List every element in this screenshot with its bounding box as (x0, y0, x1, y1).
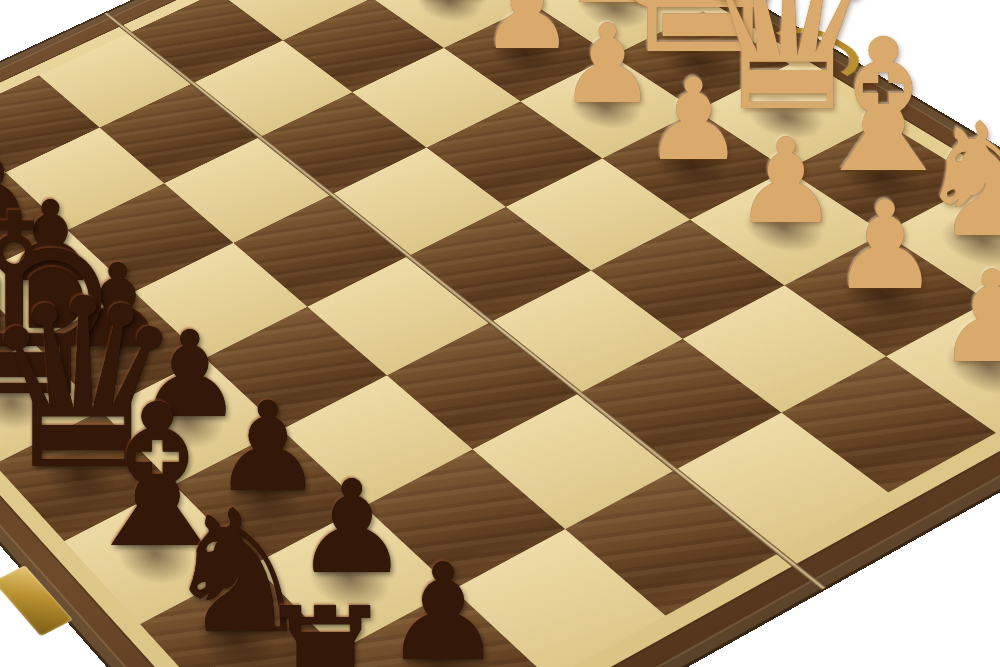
piece-white-pawn-b2: ♟ (830, 186, 939, 308)
piece-white-pawn-a2: ♟ (935, 254, 1000, 381)
piece-black-rook-a8: ♜ (254, 588, 397, 667)
piece-black-pawn-a7: ♟ (383, 547, 503, 667)
piece-white-pawn-d2: ♟ (643, 64, 745, 177)
piece-white-pawn-c2: ♟ (733, 123, 838, 240)
chess-set-photo: ♜♞♝♛♚♝♞♜♟♟♟♟♟♟♟♟♟♟♟♟♟♟♟♟♜♞♝♛♚♝♞♜ (0, 0, 1000, 667)
